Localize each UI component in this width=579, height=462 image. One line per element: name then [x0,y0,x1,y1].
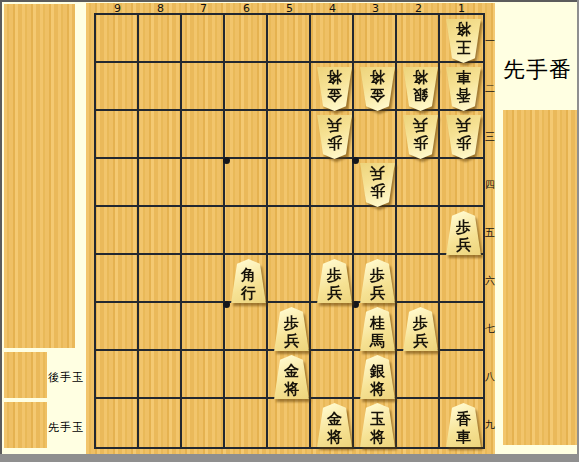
board-cell-6-8[interactable] [225,351,268,399]
board-cell-6-3[interactable] [225,111,268,159]
window-border-left [0,0,2,462]
board-cell-7-3[interactable] [182,111,225,159]
board-cell-3-5[interactable] [354,207,397,255]
gote-king-cell[interactable] [4,352,47,398]
board-panel: 987654321 王将金将金将銀将香車歩兵歩兵歩兵歩兵歩兵角行歩兵歩兵歩兵桂馬… [86,3,495,455]
board-cell-8-2[interactable] [139,63,182,111]
board-cell-5-4[interactable] [268,159,311,207]
piece-sente-3-7[interactable]: 桂馬 [359,307,396,351]
board-cell-7-5[interactable] [182,207,225,255]
board-cell-2-5[interactable] [397,207,440,255]
piece-face: 歩兵 [445,211,482,255]
board-cell-9-3[interactable] [96,111,139,159]
board-cell-8-6[interactable] [139,255,182,303]
board-cell-1-7[interactable] [440,303,483,351]
board-cell-8-1[interactable] [139,15,182,63]
star-point [223,157,230,164]
piece-sente-3-6[interactable]: 歩兵 [359,259,396,303]
board-cell-6-7[interactable] [225,303,268,351]
piece-face: 歩兵 [445,115,482,159]
piece-face: 王将 [445,19,482,63]
board-cell-7-9[interactable] [182,399,225,447]
piece-sente-5-8[interactable]: 金将 [273,355,310,399]
piece-face: 歩兵 [402,115,439,159]
board-cell-7-6[interactable] [182,255,225,303]
board-cell-1-4[interactable] [440,159,483,207]
board-cell-9-2[interactable] [96,63,139,111]
piece-gote-2-2[interactable]: 銀将 [402,67,439,111]
board-cell-9-5[interactable] [96,207,139,255]
piece-sente-3-9[interactable]: 玉将 [359,403,396,447]
board-cell-7-1[interactable] [182,15,225,63]
board-cell-9-1[interactable] [96,15,139,63]
piece-face: 銀将 [359,355,396,399]
piece-sente-1-9[interactable]: 香車 [445,403,482,447]
piece-sente-2-7[interactable]: 歩兵 [402,307,439,351]
piece-face: 歩兵 [316,115,353,159]
piece-sente-3-8[interactable]: 銀将 [359,355,396,399]
board-cell-5-6[interactable] [268,255,311,303]
board-cell-3-3[interactable] [354,111,397,159]
shogi-board[interactable]: 王将金将金将銀将香車歩兵歩兵歩兵歩兵歩兵角行歩兵歩兵歩兵桂馬歩兵金将銀将金将玉将… [94,13,485,449]
gote-king-cell-label: 後手玉 [48,370,88,385]
rank-label-4: 四 [485,161,495,209]
board-cell-2-6[interactable] [397,255,440,303]
piece-gote-1-2[interactable]: 香車 [445,67,482,111]
board-cell-9-8[interactable] [96,351,139,399]
board-cell-8-9[interactable] [139,399,182,447]
board-cell-2-8[interactable] [397,351,440,399]
window-border-top [0,0,579,2]
board-cell-8-7[interactable] [139,303,182,351]
rank-label-2: 二 [485,65,495,113]
board-cell-4-8[interactable] [311,351,354,399]
board-cell-4-1[interactable] [311,15,354,63]
board-cell-7-7[interactable] [182,303,225,351]
board-cell-1-6[interactable] [440,255,483,303]
piece-face: 歩兵 [359,163,396,207]
piece-face: 歩兵 [402,307,439,351]
rank-label-7: 七 [485,305,495,353]
piece-gote-3-2[interactable]: 金将 [359,67,396,111]
board-cell-9-9[interactable] [96,399,139,447]
board-cell-5-3[interactable] [268,111,311,159]
board-cell-2-4[interactable] [397,159,440,207]
board-cell-6-1[interactable] [225,15,268,63]
piece-gote-1-3[interactable]: 歩兵 [445,115,482,159]
board-cell-6-2[interactable] [225,63,268,111]
piece-face: 玉将 [359,403,396,447]
board-cell-5-1[interactable] [268,15,311,63]
piece-face: 銀将 [402,67,439,111]
piece-sente-1-5[interactable]: 歩兵 [445,211,482,255]
board-cell-7-4[interactable] [182,159,225,207]
board-cell-8-4[interactable] [139,159,182,207]
star-point [223,301,230,308]
board-cell-8-3[interactable] [139,111,182,159]
board-cell-6-4[interactable] [225,159,268,207]
piece-face: 香車 [445,403,482,447]
piece-face: 歩兵 [316,259,353,303]
board-cell-4-5[interactable] [311,207,354,255]
board-cell-9-7[interactable] [96,303,139,351]
rank-label-8: 八 [485,353,495,401]
rank-labels: 一二三四五六七八九 [485,15,495,451]
board-cell-9-4[interactable] [96,159,139,207]
piece-sente-4-6[interactable]: 歩兵 [316,259,353,303]
piece-face: 歩兵 [359,259,396,303]
rank-label-5: 五 [485,209,495,257]
board-cell-6-9[interactable] [225,399,268,447]
piece-face: 金将 [273,355,310,399]
turn-indicator: 先手番 [503,57,577,82]
board-cell-5-9[interactable] [268,399,311,447]
board-cell-6-5[interactable] [225,207,268,255]
window-border-bottom [0,454,579,462]
piece-face: 金将 [316,403,353,447]
board-cell-5-5[interactable] [268,207,311,255]
piece-face: 歩兵 [273,307,310,351]
piece-gote-4-3[interactable]: 歩兵 [316,115,353,159]
piece-face: 金将 [316,67,353,111]
piece-face: 角行 [230,259,267,303]
sente-king-cell[interactable] [4,402,47,448]
board-cell-2-1[interactable] [397,15,440,63]
rank-label-1: 一 [485,17,495,65]
piece-face: 金将 [359,67,396,111]
board-cell-4-4[interactable] [311,159,354,207]
board-cell-5-2[interactable] [268,63,311,111]
board-cell-7-8[interactable] [182,351,225,399]
gote-captured-tray[interactable] [4,4,75,348]
piece-gote-2-3[interactable]: 歩兵 [402,115,439,159]
piece-face: 桂馬 [359,307,396,351]
shogi-app-window: 後手玉 先手玉 987654321 王将金将金将銀将香車歩兵歩兵歩兵歩兵歩兵角行… [0,0,579,462]
rank-label-6: 六 [485,257,495,305]
piece-sente-4-9[interactable]: 金将 [316,403,353,447]
board-cell-8-8[interactable] [139,351,182,399]
piece-sente-6-6[interactable]: 角行 [230,259,267,303]
board-cell-1-8[interactable] [440,351,483,399]
piece-gote-1-1[interactable]: 王将 [445,19,482,63]
board-cell-3-1[interactable] [354,15,397,63]
sente-king-cell-label: 先手玉 [48,420,88,435]
board-cell-2-9[interactable] [397,399,440,447]
rank-label-9: 九 [485,401,495,449]
board-cell-9-6[interactable] [96,255,139,303]
piece-gote-4-2[interactable]: 金将 [316,67,353,111]
board-cell-4-7[interactable] [311,303,354,351]
piece-face: 香車 [445,67,482,111]
board-cell-8-5[interactable] [139,207,182,255]
rank-label-3: 三 [485,113,495,161]
board-cell-7-2[interactable] [182,63,225,111]
piece-gote-3-4[interactable]: 歩兵 [359,163,396,207]
sente-captured-tray[interactable] [503,110,577,445]
piece-sente-5-7[interactable]: 歩兵 [273,307,310,351]
